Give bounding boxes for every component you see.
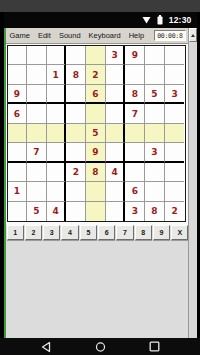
battery-icon — [155, 15, 166, 26]
cell-r5c5[interactable]: 5 — [86, 124, 106, 143]
cell-r8c4[interactable] — [66, 182, 86, 201]
cell-r1c9[interactable] — [165, 46, 185, 65]
cell-r7c5[interactable]: 8 — [86, 163, 106, 182]
menu-edit[interactable]: Edit — [38, 31, 51, 40]
cell-r5c3[interactable] — [47, 124, 67, 143]
cell-r6c6[interactable] — [106, 143, 126, 162]
cell-r3c7[interactable]: 8 — [125, 85, 145, 104]
cell-r4c5[interactable] — [86, 104, 106, 123]
cell-r9c6[interactable] — [106, 202, 126, 221]
android-nav-bar — [0, 338, 200, 355]
cell-r8c2[interactable] — [27, 182, 47, 201]
cell-r1c4[interactable] — [66, 46, 86, 65]
key-8[interactable]: 8 — [135, 225, 152, 240]
cell-r4c6[interactable] — [106, 104, 126, 123]
cell-r6c3[interactable] — [47, 143, 67, 162]
cell-r8c1[interactable]: 1 — [8, 182, 28, 201]
cell-r3c6[interactable] — [106, 85, 126, 104]
cell-r4c4[interactable] — [66, 104, 86, 123]
cell-r3c1[interactable]: 9 — [8, 85, 28, 104]
key-9[interactable]: 9 — [153, 225, 170, 240]
cell-r1c5[interactable] — [86, 46, 106, 65]
cell-r4c1[interactable]: 6 — [8, 104, 28, 123]
cell-r6c8[interactable]: 3 — [145, 143, 165, 162]
cell-r1c1[interactable] — [8, 46, 28, 65]
cell-r6c2[interactable]: 7 — [27, 143, 47, 162]
cell-r8c5[interactable] — [86, 182, 106, 201]
cell-r4c7[interactable]: 7 — [125, 104, 145, 123]
scroll-up-button[interactable] — [189, 28, 197, 42]
cell-r5c2[interactable] — [27, 124, 47, 143]
cell-r5c9[interactable] — [165, 124, 185, 143]
cell-r3c5[interactable]: 6 — [86, 85, 106, 104]
cell-r9c8[interactable]: 8 — [145, 202, 165, 221]
menubar: Game Edit Sound Keyboard Help 00:00:8 — [6, 28, 188, 44]
chevron-up-icon — [191, 34, 195, 37]
cell-r5c8[interactable] — [145, 124, 165, 143]
cell-r6c7[interactable] — [125, 143, 145, 162]
cell-r8c7[interactable]: 6 — [125, 182, 145, 201]
cell-r7c8[interactable] — [145, 163, 165, 182]
cell-r2c7[interactable] — [125, 65, 145, 84]
menu-sound[interactable]: Sound — [59, 31, 81, 40]
game-timer: 00:00:8 — [154, 30, 185, 41]
cell-r6c5[interactable]: 9 — [86, 143, 106, 162]
cell-r5c1[interactable] — [8, 124, 28, 143]
cell-r5c4[interactable] — [66, 124, 86, 143]
key-6[interactable]: 6 — [98, 225, 115, 240]
cell-r6c1[interactable] — [8, 143, 28, 162]
status-time: 12:30 — [169, 15, 192, 25]
cell-r7c3[interactable] — [47, 163, 67, 182]
cell-r1c7[interactable]: 9 — [125, 46, 145, 65]
menu-help[interactable]: Help — [129, 31, 144, 40]
key-7[interactable]: 7 — [116, 225, 133, 240]
number-keypad: 1 2 3 4 5 6 7 8 9 X — [7, 225, 189, 240]
android-screen: 12:30 Game Edit Sound Keyboard Help 00:0… — [0, 0, 200, 355]
status-bar: 12:30 — [4, 12, 197, 28]
key-2[interactable]: 2 — [25, 225, 42, 240]
cell-r9c9[interactable]: 2 — [165, 202, 185, 221]
cell-r1c6[interactable]: 3 — [106, 46, 126, 65]
cell-r7c2[interactable] — [27, 163, 47, 182]
menu-keyboard[interactable]: Keyboard — [89, 31, 121, 40]
cell-r4c3[interactable] — [47, 104, 67, 123]
key-1[interactable]: 1 — [7, 225, 24, 240]
cell-r9c7[interactable]: 3 — [125, 202, 145, 221]
sudoku-grid: 39182968536757932841654382 — [7, 45, 186, 222]
cell-r3c2[interactable] — [27, 85, 47, 104]
cell-r1c3[interactable] — [47, 46, 67, 65]
cell-r5c6[interactable] — [106, 124, 126, 143]
cell-r3c9[interactable]: 3 — [165, 85, 185, 104]
cell-r9c3[interactable]: 4 — [47, 202, 67, 221]
cell-r1c2[interactable] — [27, 46, 47, 65]
cell-r7c9[interactable] — [165, 163, 185, 182]
cell-r7c7[interactable] — [125, 163, 145, 182]
cell-r2c9[interactable] — [165, 65, 185, 84]
key-4[interactable]: 4 — [61, 225, 78, 240]
sudoku-app-window: Game Edit Sound Keyboard Help 00:00:8 39… — [4, 28, 197, 338]
key-clear[interactable]: X — [171, 225, 188, 240]
cell-r2c6[interactable] — [106, 65, 126, 84]
cell-r7c4[interactable]: 2 — [66, 163, 86, 182]
recents-icon[interactable] — [149, 341, 160, 352]
cell-r7c6[interactable]: 4 — [106, 163, 126, 182]
cell-r4c2[interactable] — [27, 104, 47, 123]
cell-r6c4[interactable] — [66, 143, 86, 162]
phone-display: 12:30 Game Edit Sound Keyboard Help 00:0… — [0, 12, 200, 355]
key-5[interactable]: 5 — [80, 225, 97, 240]
cell-r9c1[interactable] — [8, 202, 28, 221]
cell-r8c3[interactable] — [47, 182, 67, 201]
cell-r3c8[interactable]: 5 — [145, 85, 165, 104]
cell-r9c2[interactable]: 5 — [27, 202, 47, 221]
cell-r4c9[interactable] — [165, 104, 185, 123]
cell-r3c3[interactable] — [47, 85, 67, 104]
vertical-scrollbar[interactable] — [188, 28, 197, 338]
cell-r2c1[interactable] — [8, 65, 28, 84]
cell-r5c7[interactable] — [125, 124, 145, 143]
cell-r7c1[interactable] — [8, 163, 28, 182]
cell-r2c8[interactable] — [145, 65, 165, 84]
home-icon[interactable] — [95, 341, 106, 352]
cell-r3c4[interactable] — [66, 85, 86, 104]
key-3[interactable]: 3 — [43, 225, 60, 240]
menu-game[interactable]: Game — [10, 31, 30, 40]
cell-r9c5[interactable] — [86, 202, 106, 221]
cell-r8c6[interactable] — [106, 182, 126, 201]
cell-r4c8[interactable] — [145, 104, 165, 123]
cell-r2c2[interactable] — [27, 65, 47, 84]
back-icon[interactable] — [41, 341, 52, 352]
cell-r9c4[interactable] — [66, 202, 86, 221]
cell-r6c9[interactable] — [165, 143, 185, 162]
wifi-icon — [141, 15, 152, 26]
cell-r2c3[interactable]: 1 — [47, 65, 67, 84]
cell-r2c5[interactable]: 2 — [86, 65, 106, 84]
cell-r2c4[interactable]: 8 — [66, 65, 86, 84]
cell-r8c8[interactable] — [145, 182, 165, 201]
cell-r8c9[interactable] — [165, 182, 185, 201]
cell-r1c8[interactable] — [145, 46, 165, 65]
